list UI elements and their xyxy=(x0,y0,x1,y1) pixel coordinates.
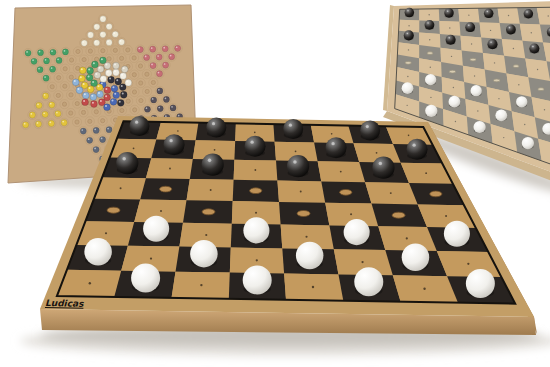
chinese-checkers-peg xyxy=(151,97,157,103)
square-center-dot xyxy=(361,261,363,263)
peg-highlight xyxy=(95,25,97,27)
square-center-dot xyxy=(255,212,257,214)
marble-highlight xyxy=(92,102,94,104)
chinese-checkers-peg xyxy=(106,127,112,133)
marble-highlight xyxy=(114,63,116,65)
marble-highlight xyxy=(119,101,121,103)
scene-canvas: Ludicas xyxy=(0,0,550,367)
square-center-dot xyxy=(428,14,429,15)
center-marble xyxy=(87,67,94,74)
black-checker-piece xyxy=(465,22,475,32)
square-center-dot xyxy=(350,213,352,215)
peg-highlight xyxy=(107,128,109,130)
black-checker-piece xyxy=(129,116,149,136)
center-marble xyxy=(81,82,88,89)
black-checker-piece xyxy=(484,9,494,19)
peg-highlight xyxy=(39,51,41,53)
marble-highlight xyxy=(83,100,85,102)
peg-highlight xyxy=(151,47,153,49)
center-marble xyxy=(125,79,132,86)
piece-highlight xyxy=(412,143,415,146)
peg-hole xyxy=(120,56,124,60)
square-center-dot xyxy=(494,62,495,63)
black-checker-piece xyxy=(444,8,454,18)
white-checker-piece xyxy=(473,121,485,133)
peg-hole xyxy=(94,57,98,61)
marble-highlight xyxy=(74,80,76,82)
square-center-dot xyxy=(423,288,425,290)
peg-hole xyxy=(132,90,136,94)
center-marble xyxy=(94,72,101,79)
peg-highlight xyxy=(145,56,147,58)
square-center-dot xyxy=(406,105,407,106)
chinese-checkers-peg xyxy=(43,93,49,99)
peg-highlight xyxy=(178,115,180,117)
square-center-dot xyxy=(177,130,179,132)
center-marble xyxy=(117,99,124,106)
white-checker-piece xyxy=(296,242,324,270)
marble-highlight xyxy=(93,62,95,64)
center-marble xyxy=(120,91,127,98)
chinese-checkers-peg xyxy=(87,137,93,143)
peg-highlight xyxy=(157,55,159,57)
white-checker-piece xyxy=(466,269,495,298)
peg-highlight xyxy=(165,97,167,99)
empty-peg-hole xyxy=(470,58,476,61)
chinese-checkers-peg xyxy=(100,31,106,37)
chinese-checkers-peg xyxy=(175,45,181,51)
chinese-checkers-peg xyxy=(80,128,86,134)
square-center-dot xyxy=(451,56,452,57)
marble-highlight xyxy=(88,69,90,71)
center-marble xyxy=(104,94,111,101)
square-center-dot xyxy=(445,215,447,217)
empty-peg-hole xyxy=(340,189,352,195)
marble-highlight xyxy=(98,92,100,94)
white-checker-piece xyxy=(143,216,169,242)
chinese-checkers-peg xyxy=(87,32,93,38)
center-marble xyxy=(87,86,94,93)
piece-highlight xyxy=(468,25,470,27)
marble-highlight xyxy=(114,70,116,72)
peg-highlight xyxy=(51,67,53,69)
peg-hole xyxy=(81,110,85,114)
peg-highlight xyxy=(113,32,115,34)
square-center-dot xyxy=(133,147,135,149)
marble-highlight xyxy=(92,81,94,83)
marble-highlight xyxy=(126,80,128,82)
white-checker-piece xyxy=(190,240,218,268)
piece-highlight xyxy=(487,11,489,13)
peg-hole xyxy=(145,89,149,93)
peg-highlight xyxy=(44,94,46,96)
peg-highlight xyxy=(158,89,160,91)
piece-highlight xyxy=(293,160,297,164)
white-checker-piece xyxy=(243,217,269,243)
center-marble xyxy=(82,99,89,106)
chinese-checkers-peg xyxy=(169,54,175,60)
peg-hole xyxy=(50,85,54,89)
chinese-checkers-peg xyxy=(137,46,143,52)
marble-highlight xyxy=(105,95,107,97)
marble-highlight xyxy=(111,100,113,102)
center-marble xyxy=(79,67,86,74)
square-center-dot xyxy=(89,282,91,284)
empty-peg-hole xyxy=(297,210,310,216)
square-center-dot xyxy=(430,67,431,68)
peg-highlight xyxy=(164,63,166,65)
peg-hole xyxy=(113,48,117,52)
white-checker-piece xyxy=(471,85,482,96)
black-checker-piece xyxy=(287,155,309,177)
center-marble xyxy=(97,91,104,98)
peg-hole xyxy=(69,111,73,115)
empty-peg-hole xyxy=(159,186,171,192)
black-checker-piece xyxy=(360,120,380,140)
piece-highlight xyxy=(331,142,334,145)
peg-highlight xyxy=(101,138,103,140)
chinese-checkers-peg xyxy=(93,127,99,133)
piece-highlight xyxy=(169,139,172,142)
square-center-dot xyxy=(524,124,525,125)
peg-highlight xyxy=(120,40,122,42)
empty-peg-hole xyxy=(392,212,405,218)
chinese-checkers-peg xyxy=(170,105,176,111)
center-marble xyxy=(90,94,97,101)
chinese-checkers-peg xyxy=(162,46,168,52)
center-marble xyxy=(115,78,122,85)
chinese-checkers-peg xyxy=(35,121,41,127)
peg-highlight xyxy=(43,112,45,114)
square-center-dot xyxy=(425,172,427,174)
white-checker-piece xyxy=(425,105,437,117)
chinese-checkers-peg xyxy=(100,16,106,22)
black-checker-piece xyxy=(529,43,539,53)
empty-peg-hole xyxy=(538,88,544,91)
white-checker-piece xyxy=(344,219,370,245)
black-checker-piece xyxy=(446,35,456,45)
center-marble xyxy=(82,92,89,99)
peg-hole xyxy=(139,98,143,102)
chinese-checkers-peg xyxy=(37,50,43,56)
marble-highlight xyxy=(114,93,116,95)
chinese-checkers-peg xyxy=(81,40,87,46)
empty-peg-hole xyxy=(430,191,442,197)
black-checker-piece xyxy=(506,25,516,35)
square-center-dot xyxy=(453,87,454,88)
black-checker-piece xyxy=(206,117,226,137)
square-center-dot xyxy=(531,32,532,33)
center-marble xyxy=(111,85,118,92)
piece-highlight xyxy=(379,162,383,166)
piece-highlight xyxy=(208,159,212,163)
white-checker-piece xyxy=(402,243,430,271)
product-photo-scene: Ludicas xyxy=(0,0,550,367)
marble-highlight xyxy=(105,105,107,107)
square-center-dot xyxy=(256,259,258,261)
marble-highlight xyxy=(107,71,109,73)
black-checker-piece xyxy=(425,20,435,30)
marble-highlight xyxy=(101,58,103,60)
square-center-dot xyxy=(300,191,302,193)
peg-hole xyxy=(132,73,136,77)
peg-highlight xyxy=(152,98,154,100)
square-center-dot xyxy=(508,15,509,16)
square-center-dot xyxy=(169,168,171,170)
center-marble xyxy=(113,92,120,99)
empty-peg-hole xyxy=(449,70,455,73)
peg-hole xyxy=(88,49,92,53)
marble-highlight xyxy=(98,85,100,87)
peg-highlight xyxy=(45,59,47,61)
marble-highlight xyxy=(122,93,124,95)
peg-highlight xyxy=(51,50,53,52)
marble-highlight xyxy=(83,83,85,85)
marble-highlight xyxy=(99,67,101,69)
peg-highlight xyxy=(57,59,59,61)
peg-hole xyxy=(75,101,79,105)
peg-hole xyxy=(132,56,136,60)
square-center-dot xyxy=(544,109,545,110)
peg-hole xyxy=(120,108,124,112)
center-marble xyxy=(91,61,98,68)
square-center-dot xyxy=(503,137,504,138)
peg-hole xyxy=(138,64,142,68)
chinese-checkers-peg xyxy=(56,57,62,63)
peg-highlight xyxy=(94,128,96,130)
chinese-checkers-peg xyxy=(112,31,118,37)
black-checker-piece xyxy=(404,30,414,40)
piece-highlight xyxy=(135,121,138,124)
square-center-dot xyxy=(160,210,162,212)
peg-highlight xyxy=(50,103,52,105)
peg-highlight xyxy=(165,115,167,117)
peg-highlight xyxy=(49,121,51,123)
peg-hole xyxy=(69,93,73,97)
square-center-dot xyxy=(429,39,430,40)
white-checker-piece xyxy=(84,238,112,266)
marble-highlight xyxy=(91,95,93,97)
empty-peg-hole xyxy=(405,61,411,64)
marble-highlight xyxy=(112,86,114,88)
center-marble xyxy=(104,87,111,94)
chinese-checkers-peg xyxy=(156,54,162,60)
white-checker-piece xyxy=(516,96,527,107)
peg-highlight xyxy=(101,17,103,19)
center-marble xyxy=(76,87,83,94)
black-checker-piece xyxy=(283,119,303,139)
center-marble xyxy=(120,73,127,80)
piece-highlight xyxy=(407,33,409,35)
chinese-checkers-peg xyxy=(157,88,163,94)
square-center-dot xyxy=(498,98,499,99)
marble-highlight xyxy=(123,67,125,69)
square-center-dot xyxy=(449,27,450,28)
square-center-dot xyxy=(408,135,410,137)
square-center-dot xyxy=(548,15,549,16)
piece-highlight xyxy=(490,41,492,43)
peg-highlight xyxy=(107,40,109,42)
square-center-dot xyxy=(105,232,107,234)
peg-highlight xyxy=(37,122,39,124)
square-center-dot xyxy=(430,97,431,98)
center-marble xyxy=(113,62,120,69)
chinese-checkers-peg xyxy=(94,24,100,30)
chinese-checkers-peg xyxy=(163,96,169,102)
square-center-dot xyxy=(455,121,456,122)
square-center-dot xyxy=(150,257,152,259)
peg-highlight xyxy=(138,48,140,50)
black-checker-piece xyxy=(524,9,534,19)
piece-highlight xyxy=(509,27,511,29)
peg-highlight xyxy=(158,72,160,74)
square-center-dot xyxy=(407,76,408,77)
white-checker-piece xyxy=(402,82,414,94)
center-marble xyxy=(91,101,98,108)
chinese-checkers-peg xyxy=(49,66,55,72)
white-checker-piece xyxy=(425,74,436,85)
square-center-dot xyxy=(331,133,333,135)
square-center-dot xyxy=(513,48,514,49)
chinese-checkers-peg xyxy=(106,39,112,45)
chinese-checkers-peg xyxy=(144,54,150,60)
square-center-dot xyxy=(210,189,212,191)
center-marble xyxy=(78,75,85,82)
center-marble xyxy=(110,98,117,105)
peg-hole xyxy=(101,119,105,123)
square-center-dot xyxy=(474,75,475,76)
chinese-checkers-peg xyxy=(29,112,35,118)
square-center-dot xyxy=(340,171,342,173)
piece-highlight xyxy=(448,37,450,39)
black-checker-piece xyxy=(405,8,415,18)
center-marble xyxy=(121,66,128,73)
marble-highlight xyxy=(121,85,123,87)
chinese-checkers-peg xyxy=(118,39,124,45)
square-center-dot xyxy=(518,84,519,85)
center-marble xyxy=(99,57,106,64)
piece-highlight xyxy=(250,140,253,143)
marble-highlight xyxy=(105,88,107,90)
peg-hole xyxy=(94,110,98,114)
peg-highlight xyxy=(26,51,28,53)
empty-peg-hole xyxy=(427,52,433,55)
piece-highlight xyxy=(289,124,292,127)
square-center-dot xyxy=(468,14,469,15)
marble-highlight xyxy=(105,63,107,65)
peg-hole xyxy=(88,119,92,123)
square-center-dot xyxy=(406,237,408,239)
black-checker-piece xyxy=(202,153,224,175)
piece-highlight xyxy=(366,125,369,128)
center-marble xyxy=(91,80,98,87)
peg-highlight xyxy=(56,112,58,114)
peg-highlight xyxy=(82,41,84,43)
square-center-dot xyxy=(390,192,392,194)
peg-hole xyxy=(126,48,130,52)
peg-hole xyxy=(76,66,80,70)
square-center-dot xyxy=(408,25,409,26)
square-center-dot xyxy=(254,132,256,134)
peg-highlight xyxy=(81,129,83,131)
center-marble xyxy=(104,104,111,111)
square-center-dot xyxy=(537,69,538,70)
peg-hole xyxy=(139,81,143,85)
marble-highlight xyxy=(101,77,103,79)
chinese-checkers-peg xyxy=(94,40,100,46)
peg-hole xyxy=(145,72,149,76)
marble-highlight xyxy=(95,73,97,75)
peg-hole xyxy=(133,108,137,112)
square-center-dot xyxy=(205,234,207,236)
chinese-checkers-peg xyxy=(23,122,29,128)
peg-highlight xyxy=(171,106,173,108)
square-center-dot xyxy=(200,284,202,286)
black-checker-piece xyxy=(407,139,428,160)
square-center-dot xyxy=(295,150,297,152)
black-checker-piece xyxy=(164,134,185,155)
chinese-checkers-peg xyxy=(162,62,168,68)
peg-highlight xyxy=(30,113,32,115)
center-marble xyxy=(97,66,104,73)
peg-highlight xyxy=(64,50,66,52)
center-marble xyxy=(113,69,120,76)
peg-hole xyxy=(126,99,130,103)
chinese-checkers-peg xyxy=(48,120,54,126)
empty-peg-hole xyxy=(107,207,120,213)
black-checker-piece xyxy=(245,136,266,157)
peg-highlight xyxy=(158,107,160,109)
center-marble xyxy=(100,76,107,83)
center-marble xyxy=(105,70,112,77)
peg-hole xyxy=(69,75,73,79)
square-center-dot xyxy=(467,263,469,265)
piece-highlight xyxy=(532,46,534,48)
empty-peg-hole xyxy=(513,65,519,68)
peg-highlight xyxy=(24,123,26,125)
marble-highlight xyxy=(121,74,123,76)
chinese-checkers-peg xyxy=(43,58,49,64)
peg-highlight xyxy=(163,47,165,49)
center-marble xyxy=(72,79,79,86)
peg-highlight xyxy=(37,103,39,105)
white-checker-piece xyxy=(444,221,470,247)
peg-highlight xyxy=(107,25,109,27)
white-checker-piece xyxy=(522,137,534,149)
peg-hole xyxy=(57,76,61,80)
white-checker-piece xyxy=(243,265,272,294)
black-checker-piece xyxy=(487,39,497,49)
peg-highlight xyxy=(38,68,40,70)
marble-highlight xyxy=(77,88,79,90)
center-marble xyxy=(119,84,126,91)
peg-hole xyxy=(69,58,73,62)
marble-highlight xyxy=(109,78,111,80)
empty-peg-hole xyxy=(494,79,500,82)
square-center-dot xyxy=(305,236,307,238)
peg-highlight xyxy=(44,76,46,78)
chinese-checkers-peg xyxy=(144,106,150,112)
marble-highlight xyxy=(81,68,83,70)
chinese-checkers-peg xyxy=(61,120,67,126)
chinese-checkers-peg xyxy=(55,111,61,117)
chinese-checkers-peg xyxy=(62,49,68,55)
peg-hole xyxy=(151,80,155,84)
black-checker-piece xyxy=(326,137,347,158)
peg-hole xyxy=(63,84,67,88)
peg-highlight xyxy=(170,55,172,57)
square-center-dot xyxy=(477,110,478,111)
